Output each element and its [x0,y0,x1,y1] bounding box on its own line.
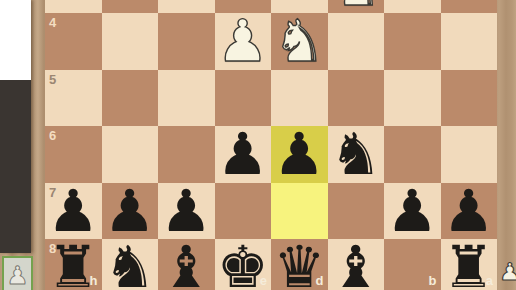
evaluation-bar [0,0,31,253]
white-pawn[interactable]: ♟ [217,12,269,70]
square-b6[interactable] [384,126,441,183]
white-pawn-icon[interactable]: ♟ [499,260,516,284]
square-c4[interactable] [328,13,385,70]
square-f3[interactable] [158,0,215,13]
square-e5[interactable] [215,70,272,127]
square-d7[interactable] [271,183,328,240]
square-f5[interactable] [158,70,215,127]
black-rook[interactable]: ♜ [443,238,495,290]
square-b3[interactable] [384,0,441,13]
square-g3[interactable] [102,0,159,13]
black-king[interactable]: ♚ [217,238,269,290]
square-f4[interactable] [158,13,215,70]
square-g4[interactable] [102,13,159,70]
square-b8[interactable]: b [384,239,441,290]
black-pawn[interactable]: ♟ [443,182,495,240]
square-c5[interactable] [328,70,385,127]
square-a8[interactable]: a♜ [441,239,498,290]
file-label-b: b [429,273,437,288]
square-a5[interactable] [441,70,498,127]
square-e4[interactable]: ♟ [215,13,272,70]
black-bishop[interactable]: ♝ [160,238,212,290]
square-f7[interactable]: ♟ [158,183,215,240]
square-h6[interactable]: 6 [45,126,102,183]
black-pawn[interactable]: ♟ [160,182,212,240]
square-a7[interactable]: ♟ [441,183,498,240]
black-pawn[interactable]: ♟ [273,125,325,183]
square-e6[interactable]: ♟ [215,126,272,183]
square-f8[interactable]: ♝ [158,239,215,290]
white-knight[interactable]: ♞ [273,12,325,70]
chess-board[interactable]: ♞4♟♞56♟♟♞7♟♟♟♟♟8h♜♞♝e♚d♛♝ba♜ [45,0,497,290]
black-knight[interactable]: ♞ [104,238,156,290]
square-c6[interactable]: ♞ [328,126,385,183]
black-queen[interactable]: ♛ [273,238,325,290]
white-knight[interactable]: ♞ [330,0,382,14]
selected-spare-piece-box[interactable]: ♟ [2,256,33,290]
rank-label-6: 6 [49,128,56,143]
black-bishop[interactable]: ♝ [330,238,382,290]
square-c3[interactable]: ♞ [328,0,385,13]
white-pawn-icon: ♟ [6,263,28,288]
square-a4[interactable] [441,13,498,70]
square-e8[interactable]: e♚ [215,239,272,290]
square-h4[interactable]: 4 [45,13,102,70]
square-h8[interactable]: 8h♜ [45,239,102,290]
square-h3[interactable] [45,0,102,13]
black-pawn[interactable]: ♟ [386,182,438,240]
square-h7[interactable]: 7♟ [45,183,102,240]
square-f6[interactable] [158,126,215,183]
square-d8[interactable]: d♛ [271,239,328,290]
black-pawn[interactable]: ♟ [217,125,269,183]
square-d6[interactable]: ♟ [271,126,328,183]
square-b4[interactable] [384,13,441,70]
square-c8[interactable]: ♝ [328,239,385,290]
square-d5[interactable] [271,70,328,127]
square-e7[interactable] [215,183,272,240]
square-a3[interactable] [441,0,498,13]
square-g8[interactable]: ♞ [102,239,159,290]
square-b5[interactable] [384,70,441,127]
black-rook[interactable]: ♜ [47,238,99,290]
rank-label-5: 5 [49,72,56,87]
black-pawn[interactable]: ♟ [47,182,99,240]
square-g7[interactable]: ♟ [102,183,159,240]
square-a6[interactable] [441,126,498,183]
evaluation-bar-black-section [0,80,31,253]
black-knight[interactable]: ♞ [330,125,382,183]
evaluation-bar-white-section [0,0,31,80]
square-d4[interactable]: ♞ [271,13,328,70]
square-g6[interactable] [102,126,159,183]
square-g5[interactable] [102,70,159,127]
rank-label-4: 4 [49,15,56,30]
square-c7[interactable] [328,183,385,240]
square-h5[interactable]: 5 [45,70,102,127]
black-pawn[interactable]: ♟ [104,182,156,240]
square-b7[interactable]: ♟ [384,183,441,240]
